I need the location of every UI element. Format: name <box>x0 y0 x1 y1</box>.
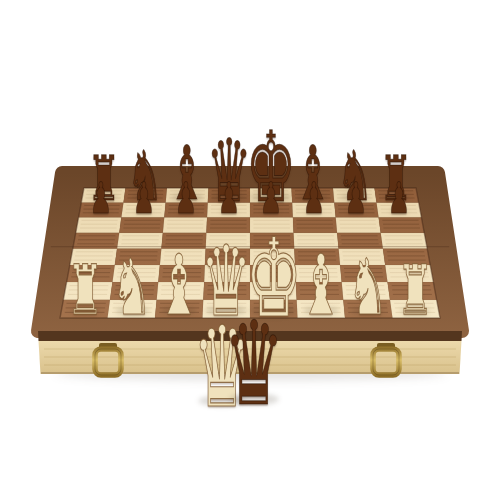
square-g2 <box>342 282 390 300</box>
square-c7 <box>164 202 208 217</box>
square-c8 <box>166 188 209 202</box>
square-h6 <box>379 217 425 232</box>
square-a4 <box>70 249 117 265</box>
square-d2 <box>203 282 250 300</box>
square-b6 <box>119 217 164 232</box>
square-c2 <box>157 282 205 300</box>
square-c1 <box>155 300 203 318</box>
square-e2 <box>250 282 297 300</box>
square-e7 <box>250 202 293 217</box>
square-e4 <box>250 249 295 265</box>
chess-set-product-photo: ♜♞♝♛♚♝♞♜♟♟♟♟♟♟♟♟♜♞♝♛♚♝♞♜♛♛ <box>0 0 500 500</box>
square-b7 <box>121 202 165 217</box>
square-b2 <box>110 282 158 300</box>
square-g8 <box>333 188 377 202</box>
square-f6 <box>293 217 337 232</box>
square-b8 <box>124 188 168 202</box>
square-d7 <box>207 202 250 217</box>
square-h1 <box>390 300 440 318</box>
square-g3 <box>340 265 387 282</box>
square-f1 <box>297 300 345 318</box>
square-g4 <box>339 249 386 265</box>
square-b3 <box>113 265 160 282</box>
square-h3 <box>385 265 433 282</box>
square-a6 <box>76 217 122 232</box>
square-c3 <box>158 265 205 282</box>
square-a7 <box>79 202 124 217</box>
chess-board <box>0 0 500 500</box>
square-b1 <box>108 300 157 318</box>
square-c4 <box>160 249 206 265</box>
square-d6 <box>206 217 250 232</box>
square-h4 <box>383 249 430 265</box>
square-e3 <box>250 265 296 282</box>
square-g7 <box>334 202 378 217</box>
box-front-lip <box>38 331 462 341</box>
square-d4 <box>205 249 250 265</box>
square-a1 <box>60 300 110 318</box>
square-e8 <box>250 188 292 202</box>
square-e6 <box>250 217 294 232</box>
square-d1 <box>203 300 251 318</box>
square-f8 <box>292 188 335 202</box>
square-a2 <box>63 282 112 300</box>
square-d3 <box>204 265 250 282</box>
square-c6 <box>163 217 207 232</box>
square-f4 <box>294 249 340 265</box>
square-e1 <box>250 300 298 318</box>
square-g1 <box>343 300 392 318</box>
square-a3 <box>67 265 115 282</box>
square-d8 <box>208 188 250 202</box>
square-b4 <box>115 249 162 265</box>
square-h2 <box>388 282 437 300</box>
square-a8 <box>81 188 125 202</box>
square-f7 <box>292 202 336 217</box>
square-g6 <box>336 217 381 232</box>
square-f2 <box>296 282 344 300</box>
square-f3 <box>295 265 342 282</box>
square-h8 <box>375 188 419 202</box>
square-h7 <box>377 202 422 217</box>
